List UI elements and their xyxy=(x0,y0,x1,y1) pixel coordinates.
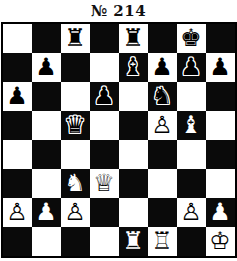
square-a7[interactable] xyxy=(3,53,32,82)
piece-black-queen: ♛ xyxy=(64,111,86,140)
square-d4[interactable] xyxy=(90,140,119,169)
square-d5[interactable] xyxy=(90,111,119,140)
square-b8[interactable] xyxy=(32,24,61,53)
square-d1[interactable] xyxy=(90,227,119,256)
piece-black-pawn: ♟ xyxy=(151,53,173,82)
square-c6[interactable] xyxy=(61,82,90,111)
square-f8[interactable] xyxy=(148,24,177,53)
chess-board: ♜♜♚♟♝♟♟♟♟♟♞♛♙♝♞♕♙♟♙♙♟♜♖♔ xyxy=(1,22,237,258)
square-h6[interactable] xyxy=(206,82,235,111)
piece-white-pawn: ♟ xyxy=(209,198,231,227)
piece-white-pawn: ♙ xyxy=(180,198,202,227)
square-h7[interactable]: ♟ xyxy=(206,53,235,82)
square-h1[interactable]: ♔ xyxy=(206,227,235,256)
piece-black-pawn: ♟ xyxy=(35,53,57,82)
piece-black-pawn: ♟ xyxy=(93,82,115,111)
square-f3[interactable] xyxy=(148,169,177,198)
piece-black-pawn: ♟ xyxy=(6,82,28,111)
square-g8[interactable]: ♚ xyxy=(177,24,206,53)
square-f2[interactable] xyxy=(148,198,177,227)
square-c3[interactable]: ♞ xyxy=(61,169,90,198)
piece-black-knight: ♞ xyxy=(151,82,173,111)
square-e4[interactable] xyxy=(119,140,148,169)
square-e5[interactable] xyxy=(119,111,148,140)
square-h4[interactable] xyxy=(206,140,235,169)
square-h8[interactable] xyxy=(206,24,235,53)
square-g2[interactable]: ♙ xyxy=(177,198,206,227)
piece-white-pawn: ♟ xyxy=(35,198,57,227)
square-c4[interactable] xyxy=(61,140,90,169)
piece-white-pawn: ♙ xyxy=(6,198,28,227)
piece-white-rook: ♖ xyxy=(151,227,173,256)
square-f5[interactable]: ♙ xyxy=(148,111,177,140)
piece-black-king: ♚ xyxy=(180,24,202,53)
square-d2[interactable] xyxy=(90,198,119,227)
piece-black-rook: ♜ xyxy=(64,24,86,53)
piece-black-pawn: ♟ xyxy=(209,53,231,82)
piece-white-knight: ♞ xyxy=(64,169,86,198)
square-f7[interactable]: ♟ xyxy=(148,53,177,82)
square-g5[interactable]: ♝ xyxy=(177,111,206,140)
square-b7[interactable]: ♟ xyxy=(32,53,61,82)
square-c1[interactable] xyxy=(61,227,90,256)
square-b6[interactable] xyxy=(32,82,61,111)
board-container: ♜♜♚♟♝♟♟♟♟♟♞♛♙♝♞♕♙♟♙♙♟♜♖♔ xyxy=(1,22,237,258)
piece-white-king: ♔ xyxy=(209,227,231,256)
square-d3[interactable]: ♕ xyxy=(90,169,119,198)
square-g6[interactable] xyxy=(177,82,206,111)
square-a8[interactable] xyxy=(3,24,32,53)
square-b2[interactable]: ♟ xyxy=(32,198,61,227)
square-e7[interactable]: ♝ xyxy=(119,53,148,82)
square-c8[interactable]: ♜ xyxy=(61,24,90,53)
square-e8[interactable]: ♜ xyxy=(119,24,148,53)
square-b5[interactable] xyxy=(32,111,61,140)
piece-white-queen: ♕ xyxy=(93,169,115,198)
square-d8[interactable] xyxy=(90,24,119,53)
square-e1[interactable]: ♜ xyxy=(119,227,148,256)
piece-black-rook: ♜ xyxy=(122,24,144,53)
piece-black-pawn: ♟ xyxy=(180,53,202,82)
square-d7[interactable] xyxy=(90,53,119,82)
square-c2[interactable]: ♙ xyxy=(61,198,90,227)
square-e6[interactable] xyxy=(119,82,148,111)
square-g3[interactable] xyxy=(177,169,206,198)
square-b1[interactable] xyxy=(32,227,61,256)
square-f1[interactable]: ♖ xyxy=(148,227,177,256)
square-b3[interactable] xyxy=(32,169,61,198)
square-g7[interactable]: ♟ xyxy=(177,53,206,82)
piece-white-rook: ♜ xyxy=(122,227,144,256)
square-e2[interactable] xyxy=(119,198,148,227)
square-a4[interactable] xyxy=(3,140,32,169)
square-a5[interactable] xyxy=(3,111,32,140)
square-h3[interactable] xyxy=(206,169,235,198)
square-b4[interactable] xyxy=(32,140,61,169)
square-f6[interactable]: ♞ xyxy=(148,82,177,111)
square-a2[interactable]: ♙ xyxy=(3,198,32,227)
piece-white-bishop: ♝ xyxy=(180,111,202,140)
piece-white-pawn: ♙ xyxy=(151,111,173,140)
square-g1[interactable] xyxy=(177,227,206,256)
square-f4[interactable] xyxy=(148,140,177,169)
square-c5[interactable]: ♛ xyxy=(61,111,90,140)
piece-white-pawn: ♙ xyxy=(64,198,86,227)
square-a6[interactable]: ♟ xyxy=(3,82,32,111)
square-c7[interactable] xyxy=(61,53,90,82)
square-d6[interactable]: ♟ xyxy=(90,82,119,111)
square-h5[interactable] xyxy=(206,111,235,140)
puzzle-number-title: № 214 xyxy=(0,0,237,22)
square-h2[interactable]: ♟ xyxy=(206,198,235,227)
square-g4[interactable] xyxy=(177,140,206,169)
piece-black-bishop: ♝ xyxy=(122,53,144,82)
square-a1[interactable] xyxy=(3,227,32,256)
square-a3[interactable] xyxy=(3,169,32,198)
square-e3[interactable] xyxy=(119,169,148,198)
